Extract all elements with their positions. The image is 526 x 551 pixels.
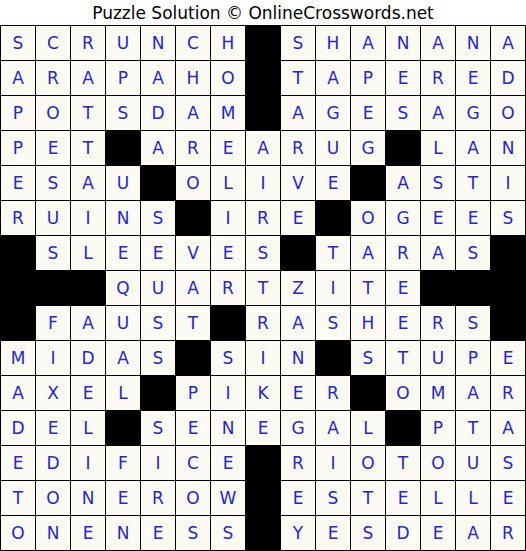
letter-cell: D xyxy=(71,341,106,376)
letter-cell: H xyxy=(351,306,386,341)
letter-cell: C xyxy=(176,26,211,61)
letter-cell: U xyxy=(141,271,176,306)
crossword-grid: SCRUNCHSHANANAARAPAHOTAPEREDPOTSDAMAGESA… xyxy=(0,25,526,551)
letter-cell: R xyxy=(176,131,211,166)
letter-cell: T xyxy=(316,236,351,271)
letter-cell: T xyxy=(456,411,491,446)
black-cell xyxy=(246,516,281,551)
letter-cell: C xyxy=(36,26,71,61)
letter-cell: A xyxy=(456,131,491,166)
letter-cell: A xyxy=(316,411,351,446)
letter-cell: H xyxy=(211,26,246,61)
black-cell xyxy=(351,376,386,411)
letter-cell: A xyxy=(316,61,351,96)
letter-cell: S xyxy=(176,516,211,551)
black-cell xyxy=(141,166,176,201)
black-cell xyxy=(491,271,526,306)
letter-cell: S xyxy=(491,446,526,481)
letter-cell: A xyxy=(141,131,176,166)
black-cell xyxy=(36,271,71,306)
letter-cell: A xyxy=(176,96,211,131)
black-cell xyxy=(246,446,281,481)
letter-cell: L xyxy=(456,481,491,516)
letter-cell: S xyxy=(141,201,176,236)
letter-cell: S xyxy=(1,26,36,61)
letter-cell: S xyxy=(211,516,246,551)
letter-cell: A xyxy=(141,61,176,96)
letter-cell: R xyxy=(386,236,421,271)
letter-cell: A xyxy=(456,516,491,551)
letter-cell: R xyxy=(246,201,281,236)
letter-cell: T xyxy=(176,306,211,341)
letter-cell: E xyxy=(141,516,176,551)
letter-cell: R xyxy=(421,61,456,96)
title-bar: Puzzle Solution © OnlineCrosswords.net xyxy=(0,0,526,25)
letter-cell: O xyxy=(176,166,211,201)
letter-cell: A xyxy=(351,236,386,271)
letter-cell: D xyxy=(1,411,36,446)
letter-cell: V xyxy=(281,166,316,201)
letter-cell: A xyxy=(351,26,386,61)
letter-cell: I xyxy=(491,166,526,201)
letter-cell: N xyxy=(106,201,141,236)
letter-cell: Q xyxy=(106,271,141,306)
letter-cell: A xyxy=(246,131,281,166)
letter-cell: P xyxy=(1,131,36,166)
letter-cell: N xyxy=(491,131,526,166)
letter-cell: D xyxy=(141,96,176,131)
letter-cell: E xyxy=(106,481,141,516)
letter-cell: O xyxy=(386,376,421,411)
black-cell xyxy=(246,481,281,516)
letter-cell: L xyxy=(71,236,106,271)
letter-cell: A xyxy=(421,236,456,271)
letter-cell: S xyxy=(456,236,491,271)
letter-cell: E xyxy=(71,516,106,551)
letter-cell: H xyxy=(316,26,351,61)
black-cell xyxy=(246,96,281,131)
letter-cell: O xyxy=(1,516,36,551)
letter-cell: A xyxy=(491,411,526,446)
letter-cell: S xyxy=(316,481,351,516)
letter-cell: U xyxy=(421,341,456,376)
black-cell xyxy=(491,236,526,271)
letter-cell: R xyxy=(281,446,316,481)
letter-cell: S xyxy=(386,96,421,131)
letter-cell: I xyxy=(246,341,281,376)
letter-cell: G xyxy=(281,411,316,446)
black-cell xyxy=(1,271,36,306)
letter-cell: A xyxy=(1,376,36,411)
letter-cell: E xyxy=(421,516,456,551)
letter-cell: E xyxy=(1,446,36,481)
letter-cell: S xyxy=(456,306,491,341)
letter-cell: Y xyxy=(281,516,316,551)
letter-cell: Z xyxy=(281,271,316,306)
letter-cell: E xyxy=(36,131,71,166)
letter-cell: T xyxy=(71,131,106,166)
letter-cell: E xyxy=(491,341,526,376)
letter-cell: U xyxy=(106,26,141,61)
letter-cell: E xyxy=(316,516,351,551)
letter-cell: T xyxy=(281,61,316,96)
letter-cell: W xyxy=(211,481,246,516)
letter-cell: I xyxy=(211,201,246,236)
letter-cell: H xyxy=(176,61,211,96)
letter-cell: A xyxy=(281,306,316,341)
letter-cell: X xyxy=(36,376,71,411)
letter-cell: I xyxy=(316,271,351,306)
black-cell xyxy=(176,201,211,236)
letter-cell: O xyxy=(351,446,386,481)
letter-cell: O xyxy=(176,481,211,516)
letter-cell: M xyxy=(211,96,246,131)
letter-cell: I xyxy=(36,341,71,376)
black-cell xyxy=(421,271,456,306)
letter-cell: P xyxy=(421,411,456,446)
letter-cell: S xyxy=(421,166,456,201)
letter-cell: P xyxy=(1,96,36,131)
letter-cell: F xyxy=(106,446,141,481)
letter-cell: G xyxy=(456,96,491,131)
letter-cell: S xyxy=(491,201,526,236)
letter-cell: R xyxy=(211,271,246,306)
black-cell xyxy=(281,236,316,271)
letter-cell: A xyxy=(421,96,456,131)
letter-cell: A xyxy=(386,166,421,201)
letter-cell: E xyxy=(491,481,526,516)
letter-cell: U xyxy=(106,306,141,341)
letter-cell: I xyxy=(71,201,106,236)
letter-cell: T xyxy=(246,271,281,306)
letter-cell: E xyxy=(36,411,71,446)
letter-cell: S xyxy=(106,96,141,131)
letter-cell: U xyxy=(106,166,141,201)
letter-cell: O xyxy=(36,481,71,516)
black-cell xyxy=(1,306,36,341)
letter-cell: K xyxy=(246,376,281,411)
letter-cell: E xyxy=(386,271,421,306)
letter-cell: L xyxy=(71,411,106,446)
letter-cell: R xyxy=(281,131,316,166)
letter-cell: L xyxy=(211,166,246,201)
letter-cell: S xyxy=(36,166,71,201)
letter-cell: T xyxy=(386,341,421,376)
black-cell xyxy=(1,236,36,271)
black-cell xyxy=(141,376,176,411)
letter-cell: D xyxy=(491,61,526,96)
letter-cell: S xyxy=(316,306,351,341)
letter-cell: I xyxy=(211,376,246,411)
black-cell xyxy=(316,201,351,236)
letter-cell: D xyxy=(386,516,421,551)
puzzle-title: Puzzle Solution © OnlineCrosswords.net xyxy=(92,3,434,23)
letter-cell: E xyxy=(71,376,106,411)
puzzle-solution-page: Puzzle Solution © OnlineCrosswords.net S… xyxy=(0,0,526,551)
letter-cell: T xyxy=(386,446,421,481)
letter-cell: O xyxy=(491,96,526,131)
letter-cell: S xyxy=(141,341,176,376)
letter-cell: E xyxy=(281,481,316,516)
black-cell xyxy=(456,271,491,306)
letter-cell: E xyxy=(106,236,141,271)
letter-cell: E xyxy=(421,201,456,236)
letter-cell: E xyxy=(386,61,421,96)
letter-cell: E xyxy=(176,411,211,446)
letter-cell: T xyxy=(351,271,386,306)
letter-cell: N xyxy=(386,26,421,61)
letter-cell: A xyxy=(421,26,456,61)
letter-cell: L xyxy=(106,376,141,411)
letter-cell: N xyxy=(106,516,141,551)
letter-cell: I xyxy=(71,446,106,481)
letter-cell: M xyxy=(1,341,36,376)
letter-cell: G xyxy=(351,131,386,166)
black-cell xyxy=(491,306,526,341)
letter-cell: E xyxy=(456,201,491,236)
letter-cell: N xyxy=(281,341,316,376)
letter-cell: A xyxy=(456,376,491,411)
letter-cell: T xyxy=(456,166,491,201)
black-cell xyxy=(246,61,281,96)
black-cell xyxy=(386,411,421,446)
letter-cell: U xyxy=(456,446,491,481)
letter-cell: R xyxy=(36,61,71,96)
letter-cell: T xyxy=(351,481,386,516)
letter-cell: R xyxy=(246,306,281,341)
letter-cell: I xyxy=(141,446,176,481)
letter-cell: A xyxy=(106,341,141,376)
letter-cell: O xyxy=(211,61,246,96)
letter-cell: S xyxy=(141,306,176,341)
letter-cell: U xyxy=(316,131,351,166)
letter-cell: C xyxy=(176,446,211,481)
letter-cell: S xyxy=(36,236,71,271)
black-cell xyxy=(176,341,211,376)
letter-cell: E xyxy=(386,306,421,341)
letter-cell: L xyxy=(351,411,386,446)
letter-cell: A xyxy=(176,271,211,306)
letter-cell: O xyxy=(421,446,456,481)
letter-cell: V xyxy=(176,236,211,271)
black-cell xyxy=(351,166,386,201)
letter-cell: N xyxy=(211,411,246,446)
black-cell xyxy=(106,411,141,446)
letter-cell: O xyxy=(351,201,386,236)
black-cell xyxy=(211,306,246,341)
letter-cell: I xyxy=(246,166,281,201)
black-cell xyxy=(246,26,281,61)
letter-cell: R xyxy=(421,306,456,341)
letter-cell: E xyxy=(281,376,316,411)
letter-cell: E xyxy=(1,166,36,201)
letter-cell: O xyxy=(36,96,71,131)
letter-cell: S xyxy=(211,341,246,376)
letter-cell: L xyxy=(421,131,456,166)
letter-cell: R xyxy=(71,26,106,61)
black-cell xyxy=(316,341,351,376)
letter-cell: R xyxy=(491,376,526,411)
letter-cell: S xyxy=(246,236,281,271)
letter-cell: A xyxy=(1,61,36,96)
letter-cell: E xyxy=(211,131,246,166)
letter-cell: L xyxy=(421,481,456,516)
letter-cell: P xyxy=(456,341,491,376)
letter-cell: D xyxy=(36,446,71,481)
letter-cell: S xyxy=(351,516,386,551)
letter-cell: A xyxy=(71,166,106,201)
letter-cell: U xyxy=(36,201,71,236)
letter-cell: G xyxy=(316,96,351,131)
letter-cell: N xyxy=(456,26,491,61)
letter-cell: E xyxy=(386,481,421,516)
letter-cell: S xyxy=(351,341,386,376)
letter-cell: N xyxy=(36,516,71,551)
letter-cell: E xyxy=(141,236,176,271)
letter-cell: R xyxy=(141,481,176,516)
letter-cell: A xyxy=(491,26,526,61)
letter-cell: E xyxy=(316,166,351,201)
black-cell xyxy=(71,271,106,306)
letter-cell: F xyxy=(36,306,71,341)
letter-cell: S xyxy=(281,26,316,61)
letter-cell: E xyxy=(281,201,316,236)
letter-cell: A xyxy=(281,96,316,131)
letter-cell: N xyxy=(141,26,176,61)
letter-cell: E xyxy=(351,96,386,131)
letter-cell: G xyxy=(386,201,421,236)
letter-cell: R xyxy=(491,516,526,551)
letter-cell: M xyxy=(421,376,456,411)
letter-cell: P xyxy=(176,376,211,411)
letter-cell: S xyxy=(141,411,176,446)
letter-cell: P xyxy=(106,61,141,96)
letter-cell: E xyxy=(211,236,246,271)
letter-cell: E xyxy=(211,446,246,481)
letter-cell: T xyxy=(71,96,106,131)
letter-cell: R xyxy=(1,201,36,236)
letter-cell: N xyxy=(71,481,106,516)
letter-cell: A xyxy=(71,306,106,341)
black-cell xyxy=(386,131,421,166)
letter-cell: E xyxy=(456,61,491,96)
letter-cell: E xyxy=(246,411,281,446)
letter-cell: R xyxy=(316,376,351,411)
letter-cell: T xyxy=(1,481,36,516)
letter-cell: P xyxy=(351,61,386,96)
letter-cell: A xyxy=(71,61,106,96)
letter-cell: I xyxy=(316,446,351,481)
black-cell xyxy=(106,131,141,166)
